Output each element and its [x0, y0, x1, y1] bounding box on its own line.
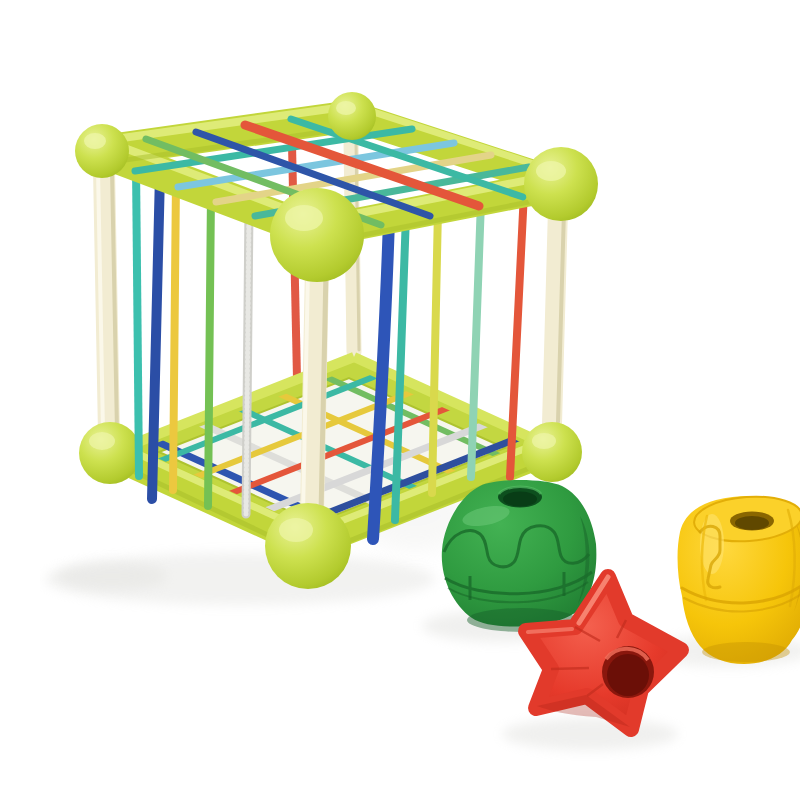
- green-block-hole: [498, 487, 542, 508]
- product-photo: Infant sensory shape-sorter cube toy: li…: [40, 16, 800, 800]
- star-hole: [602, 646, 654, 698]
- barrel-hole: [730, 512, 774, 531]
- toy-illustration: [40, 16, 800, 800]
- green-block: [442, 480, 597, 632]
- yellow-barrel: [678, 493, 800, 664]
